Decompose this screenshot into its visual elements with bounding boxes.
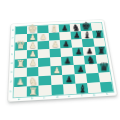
piece-bQ-h3: ♛ — [98, 61, 110, 72]
file-label-e: e — [64, 94, 73, 97]
square-h5: ♜ — [94, 46, 107, 55]
file-label-h: h — [102, 92, 111, 95]
rank-label-7: 7 — [11, 35, 14, 41]
rank-label-3: 3 — [10, 69, 13, 76]
piece-wQ-a6: ♛ — [15, 40, 26, 51]
rank-label-1: 1 — [9, 88, 12, 95]
square-c1 — [39, 85, 52, 96]
square-f4 — [72, 56, 85, 65]
square-h1 — [99, 82, 113, 93]
piece-bP-e4: ♟ — [62, 57, 74, 65]
square-a3 — [14, 68, 26, 78]
piece-wP-c7: ♟ — [38, 34, 49, 42]
square-d3: ♟ — [50, 66, 62, 76]
piece-wN-b2: ♞ — [26, 76, 38, 86]
piece-wP-b6: ♟ — [26, 42, 37, 50]
piece-wR-a4: ♜ — [15, 58, 27, 68]
rank-label-6: 6 — [11, 43, 14, 49]
rank-label-8: 8 — [11, 27, 14, 33]
file-label-c: c — [39, 96, 48, 99]
piece-bR-h5: ♜ — [95, 46, 106, 56]
chessboard-photo: ♚♝♟♞♚♟♟♟♝♜♛♟♟♟♟♟♟♜♜♟♟♞♟♟♛♟♞♟♜♝ abcdefgh … — [0, 0, 120, 120]
file-label-a: a — [14, 97, 23, 100]
square-h3: ♛ — [97, 63, 110, 73]
rank-label-5: 5 — [10, 51, 13, 57]
piece-bB-f1: ♝ — [76, 83, 88, 93]
rank-label-4: 4 — [10, 60, 13, 67]
board-grid: ♚♝♟♞♚♟♟♟♝♜♛♟♟♟♟♟♟♜♜♟♟♞♟♟♛♟♞♟♜♝ — [13, 22, 115, 98]
square-c7: ♟ — [37, 33, 48, 41]
piece-bP-g5: ♟ — [84, 48, 95, 56]
square-a1 — [14, 87, 27, 98]
square-d8: ♝ — [48, 25, 59, 33]
file-label-f: f — [77, 94, 86, 97]
square-d1 — [51, 84, 64, 95]
piece-wR-b1: ♜ — [26, 86, 39, 96]
square-c6 — [38, 41, 49, 50]
piece-wK-b8: ♚ — [27, 24, 38, 34]
piece-bP-f5: ♟ — [72, 48, 83, 56]
square-f1: ♝ — [75, 83, 88, 94]
square-a4: ♜ — [15, 59, 27, 69]
board-mat: ♚♝♟♞♚♟♟♟♝♜♛♟♟♟♟♟♟♜♜♟♟♞♟♟♛♟♞♟♜♝ abcdefgh … — [8, 20, 117, 102]
square-b1: ♜ — [26, 86, 39, 97]
square-d5 — [49, 48, 61, 57]
rank-label-2: 2 — [9, 78, 12, 85]
square-h6 — [93, 38, 105, 47]
